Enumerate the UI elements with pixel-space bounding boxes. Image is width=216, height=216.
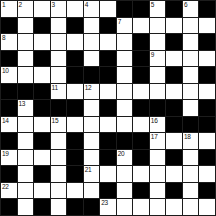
black-cell-r5c13 <box>199 67 215 83</box>
white-cell-r3c3[interactable] <box>34 34 50 50</box>
white-cell-r13c8[interactable] <box>117 199 133 215</box>
black-cell-r8c13 <box>199 117 215 133</box>
clue-number-3: 3 <box>52 1 55 8</box>
white-cell-r3c2[interactable] <box>18 34 34 50</box>
black-cell-r10c5 <box>67 150 83 166</box>
white-cell-r6c13[interactable] <box>199 84 215 100</box>
white-cell-r7c8[interactable] <box>117 100 133 116</box>
white-cell-r9c12[interactable]: 18 <box>183 133 199 149</box>
white-cell-r9c10[interactable]: 17 <box>150 133 166 149</box>
white-cell-r10c6[interactable] <box>84 150 100 166</box>
white-cell-r11c8[interactable] <box>117 166 133 182</box>
white-cell-r4c4[interactable] <box>51 51 67 67</box>
white-cell-r5c8[interactable] <box>117 67 133 83</box>
black-cell-r10c11 <box>166 150 182 166</box>
white-cell-r8c8[interactable] <box>117 117 133 133</box>
white-cell-r3c4[interactable] <box>51 34 67 50</box>
white-cell-r3c10[interactable] <box>150 34 166 50</box>
black-cell-r9c3 <box>34 133 50 149</box>
black-cell-r13c5 <box>67 199 83 215</box>
black-cell-r5c9 <box>133 67 149 83</box>
white-cell-r6c10[interactable] <box>150 84 166 100</box>
black-cell-r5c5 <box>67 67 83 83</box>
black-cell-r10c7 <box>100 150 116 166</box>
black-cell-r3c11 <box>166 34 182 50</box>
black-cell-r3c9 <box>133 34 149 50</box>
white-cell-r7c6[interactable] <box>84 100 100 116</box>
black-cell-r6c1 <box>1 84 17 100</box>
white-cell-r8c10[interactable]: 16 <box>150 117 166 133</box>
black-cell-r7c4 <box>51 100 67 116</box>
clue-number-13: 13 <box>19 100 26 107</box>
white-cell-r8c2[interactable] <box>18 117 34 133</box>
black-cell-r2c7 <box>100 18 116 34</box>
white-cell-r1c7[interactable] <box>100 1 116 17</box>
white-cell-r4c8[interactable] <box>117 51 133 67</box>
black-cell-r7c11 <box>166 100 182 116</box>
white-cell-r10c3[interactable] <box>34 150 50 166</box>
clue-number-8: 8 <box>2 34 5 41</box>
black-cell-r6c3 <box>34 84 50 100</box>
white-cell-r10c8[interactable]: 20 <box>117 150 133 166</box>
white-cell-r2c4[interactable] <box>51 18 67 34</box>
white-cell-r8c1[interactable]: 14 <box>1 117 17 133</box>
white-cell-r12c4[interactable] <box>51 183 67 199</box>
black-cell-r11c1 <box>1 166 17 182</box>
clue-number-2: 2 <box>19 1 22 8</box>
clue-number-15: 15 <box>52 117 59 124</box>
white-cell-r11c4[interactable] <box>51 166 67 182</box>
clue-number-20: 20 <box>118 150 125 157</box>
white-cell-r12c8[interactable] <box>117 183 133 199</box>
white-cell-r4c10[interactable]: 9 <box>150 51 166 67</box>
black-cell-r4c7 <box>100 51 116 67</box>
white-cell-r2c13[interactable] <box>199 18 215 34</box>
white-cell-r1c5[interactable] <box>67 1 83 17</box>
white-cell-r4c2[interactable] <box>18 51 34 67</box>
clue-number-12: 12 <box>85 84 92 91</box>
black-cell-r2c5 <box>67 18 83 34</box>
white-cell-r4c13[interactable] <box>199 51 215 67</box>
white-cell-r11c13[interactable] <box>199 166 215 182</box>
clue-number-10: 10 <box>2 67 9 74</box>
white-cell-r11c6[interactable]: 21 <box>84 166 100 182</box>
white-cell-r5c12[interactable] <box>183 67 199 83</box>
white-cell-r9c6[interactable] <box>84 133 100 149</box>
white-cell-r12c10[interactable] <box>150 183 166 199</box>
white-cell-r8c6[interactable] <box>84 117 100 133</box>
white-cell-r1c4[interactable]: 3 <box>51 1 67 17</box>
white-cell-r13c4[interactable] <box>51 199 67 215</box>
white-cell-r11c9[interactable] <box>133 166 149 182</box>
white-cell-r1c3[interactable] <box>34 1 50 17</box>
black-cell-r9c1 <box>1 133 17 149</box>
black-cell-r13c3 <box>34 199 50 215</box>
white-cell-r7c2[interactable]: 13 <box>18 100 34 116</box>
white-cell-r9c11[interactable] <box>166 133 182 149</box>
black-cell-r9c7 <box>100 133 116 149</box>
white-cell-r10c1[interactable]: 19 <box>1 150 17 166</box>
clue-number-16: 16 <box>151 117 158 124</box>
black-cell-r2c3 <box>34 18 50 34</box>
black-cell-r7c3 <box>34 100 50 116</box>
white-cell-r8c3[interactable] <box>34 117 50 133</box>
white-cell-r11c10[interactable] <box>150 166 166 182</box>
white-cell-r4c11[interactable] <box>166 51 182 67</box>
white-cell-r5c3[interactable] <box>34 67 50 83</box>
white-cell-r13c9[interactable] <box>133 199 149 215</box>
crossword-grid: 1234567891011121314151617181920212223 <box>0 0 216 216</box>
white-cell-r9c13[interactable] <box>199 133 215 149</box>
black-cell-r12c7 <box>100 183 116 199</box>
black-cell-r7c13 <box>199 100 215 116</box>
white-cell-r11c7[interactable] <box>100 166 116 182</box>
white-cell-r4c12[interactable] <box>183 51 199 67</box>
white-cell-r6c11[interactable] <box>166 84 182 100</box>
white-cell-r1c6[interactable]: 4 <box>84 1 100 17</box>
white-cell-r12c12[interactable] <box>183 183 199 199</box>
black-cell-r4c1 <box>1 51 17 67</box>
black-cell-r9c8 <box>117 133 133 149</box>
black-cell-r4c3 <box>34 51 50 67</box>
white-cell-r9c2[interactable] <box>18 133 34 149</box>
white-cell-r3c5[interactable] <box>67 34 83 50</box>
white-cell-r6c12[interactable] <box>183 84 199 100</box>
white-cell-r5c4[interactable] <box>51 67 67 83</box>
clue-number-11: 11 <box>52 84 58 91</box>
black-cell-r5c6 <box>84 67 100 83</box>
black-cell-r4c9 <box>133 51 149 67</box>
white-cell-r5c10[interactable] <box>150 67 166 83</box>
white-cell-r2c10[interactable] <box>150 18 166 34</box>
white-cell-r6c4[interactable]: 11 <box>51 84 67 100</box>
white-cell-r2c11[interactable] <box>166 18 182 34</box>
black-cell-r11c5 <box>67 166 83 182</box>
black-cell-r6c2 <box>18 84 34 100</box>
white-cell-r3c1[interactable]: 8 <box>1 34 17 50</box>
white-cell-r3c12[interactable] <box>183 34 199 50</box>
white-cell-r8c5[interactable] <box>67 117 83 133</box>
black-cell-r10c13 <box>199 150 215 166</box>
white-cell-r2c6[interactable] <box>84 18 100 34</box>
black-cell-r2c1 <box>1 18 17 34</box>
black-cell-r12c13 <box>199 183 215 199</box>
black-cell-r9c5 <box>67 133 83 149</box>
white-cell-r6c8[interactable] <box>117 84 133 100</box>
white-cell-r11c12[interactable] <box>183 166 199 182</box>
white-cell-r9c4[interactable] <box>51 133 67 149</box>
black-cell-r5c11 <box>166 67 182 83</box>
clue-number-1: 1 <box>2 1 5 8</box>
white-cell-r2c2[interactable] <box>18 18 34 34</box>
black-cell-r1c9 <box>133 1 149 17</box>
black-cell-r1c11 <box>166 1 182 17</box>
white-cell-r6c9[interactable] <box>133 84 149 100</box>
white-cell-r10c2[interactable] <box>18 150 34 166</box>
white-cell-r3c7[interactable] <box>100 34 116 50</box>
clue-number-14: 14 <box>2 117 9 124</box>
black-cell-r13c6 <box>84 199 100 215</box>
clue-number-7: 7 <box>118 18 121 25</box>
white-cell-r8c7[interactable] <box>100 117 116 133</box>
white-cell-r12c6[interactable] <box>84 183 100 199</box>
white-cell-r2c8[interactable]: 7 <box>117 18 133 34</box>
black-cell-r3c13 <box>199 34 215 50</box>
black-cell-r7c7 <box>100 100 116 116</box>
black-cell-r8c11 <box>166 117 182 133</box>
black-cell-r5c7 <box>100 67 116 83</box>
white-cell-r1c12[interactable]: 6 <box>183 1 199 17</box>
white-cell-r12c3[interactable] <box>34 183 50 199</box>
black-cell-r7c1 <box>1 100 17 116</box>
clue-number-22: 22 <box>2 183 9 190</box>
white-cell-r6c6[interactable]: 12 <box>84 84 100 100</box>
clue-number-21: 21 <box>85 166 92 173</box>
clue-number-18: 18 <box>184 133 191 140</box>
white-cell-r12c2[interactable] <box>18 183 34 199</box>
black-cell-r9c9 <box>133 133 149 149</box>
black-cell-r1c13 <box>199 1 215 17</box>
white-cell-r12c5[interactable] <box>67 183 83 199</box>
white-cell-r1c1[interactable]: 1 <box>1 1 17 17</box>
white-cell-r3c6[interactable] <box>84 34 100 50</box>
white-cell-r3c8[interactable] <box>117 34 133 50</box>
white-cell-r10c10[interactable] <box>150 150 166 166</box>
black-cell-r11c3 <box>34 166 50 182</box>
clue-number-19: 19 <box>2 150 9 157</box>
black-cell-r7c5 <box>67 100 83 116</box>
black-cell-r7c9 <box>133 100 149 116</box>
clue-number-23: 23 <box>101 199 108 206</box>
black-cell-r13c1 <box>1 199 17 215</box>
white-cell-r6c5[interactable] <box>67 84 83 100</box>
white-cell-r2c9[interactable] <box>133 18 149 34</box>
black-cell-r12c9 <box>133 183 149 199</box>
white-cell-r12c1[interactable]: 22 <box>1 183 17 199</box>
black-cell-r7c10 <box>150 100 166 116</box>
black-cell-r4c5 <box>67 51 83 67</box>
white-cell-r1c10[interactable]: 5 <box>150 1 166 17</box>
white-cell-r5c1[interactable]: 10 <box>1 67 17 83</box>
white-cell-r13c11[interactable] <box>166 199 182 215</box>
white-cell-r13c10[interactable] <box>150 199 166 215</box>
clue-number-9: 9 <box>151 51 154 58</box>
clue-number-17: 17 <box>151 133 158 140</box>
black-cell-r10c9 <box>133 150 149 166</box>
white-cell-r5c2[interactable] <box>18 67 34 83</box>
black-cell-r1c8 <box>117 1 133 17</box>
white-cell-r10c12[interactable] <box>183 150 199 166</box>
white-cell-r13c7[interactable]: 23 <box>100 199 116 215</box>
white-cell-r11c2[interactable] <box>18 166 34 182</box>
clue-number-4: 4 <box>85 1 88 8</box>
white-cell-r1c2[interactable]: 2 <box>18 1 34 17</box>
black-cell-r12c11 <box>166 183 182 199</box>
white-cell-r10c4[interactable] <box>51 150 67 166</box>
white-cell-r11c11[interactable] <box>166 166 182 182</box>
white-cell-r6c7[interactable] <box>100 84 116 100</box>
white-cell-r8c9[interactable] <box>133 117 149 133</box>
white-cell-r7c12[interactable] <box>183 100 199 116</box>
clue-number-5: 5 <box>151 1 154 8</box>
clue-number-6: 6 <box>184 1 187 8</box>
black-cell-r8c12 <box>183 117 199 133</box>
white-cell-r8c4[interactable]: 15 <box>51 117 67 133</box>
white-cell-r13c2[interactable] <box>18 199 34 215</box>
white-cell-r2c12[interactable] <box>183 18 199 34</box>
white-cell-r13c13[interactable] <box>199 199 215 215</box>
white-cell-r13c12[interactable] <box>183 199 199 215</box>
white-cell-r4c6[interactable] <box>84 51 100 67</box>
